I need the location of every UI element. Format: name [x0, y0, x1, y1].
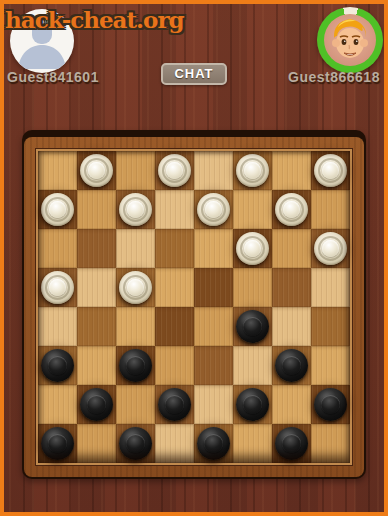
board-square[interactable] [272, 346, 311, 385]
board-square[interactable] [38, 229, 77, 268]
board-square[interactable] [155, 307, 194, 346]
board-wood-frame [24, 137, 364, 477]
checker-piece-black[interactable] [119, 349, 152, 382]
checker-piece-white[interactable] [41, 271, 74, 304]
board-square[interactable] [233, 307, 272, 346]
board-square[interactable] [38, 268, 77, 307]
board-square[interactable] [272, 385, 311, 424]
checker-piece-white[interactable] [80, 154, 113, 187]
board-square[interactable] [194, 346, 233, 385]
board-square[interactable] [155, 385, 194, 424]
board-square[interactable] [155, 424, 194, 463]
board-square[interactable] [116, 385, 155, 424]
checker-piece-black[interactable] [158, 388, 191, 421]
board-square[interactable] [116, 190, 155, 229]
board-square[interactable] [233, 424, 272, 463]
board-square[interactable] [233, 346, 272, 385]
player-right-avatar [317, 7, 383, 73]
checker-piece-white[interactable] [275, 193, 308, 226]
board-square[interactable] [311, 385, 350, 424]
player-left-name: Guest841601 [1, 69, 105, 85]
checker-piece-white[interactable] [236, 154, 269, 187]
checker-piece-black[interactable] [119, 427, 152, 460]
board-square[interactable] [233, 190, 272, 229]
player-right-name: Guest866618 [282, 69, 386, 85]
checker-piece-white[interactable] [119, 271, 152, 304]
checker-piece-black[interactable] [41, 427, 74, 460]
checker-piece-black[interactable] [275, 349, 308, 382]
board-square[interactable] [38, 385, 77, 424]
board-square[interactable] [311, 229, 350, 268]
board-square[interactable] [194, 229, 233, 268]
board-square[interactable] [194, 385, 233, 424]
board-square[interactable] [116, 346, 155, 385]
board-square[interactable] [311, 190, 350, 229]
board-square[interactable] [155, 268, 194, 307]
board-square[interactable] [77, 190, 116, 229]
board-square[interactable] [77, 307, 116, 346]
board-square[interactable] [77, 229, 116, 268]
board-square[interactable] [155, 151, 194, 190]
board-square[interactable] [116, 229, 155, 268]
board-square[interactable] [77, 424, 116, 463]
board-square[interactable] [38, 190, 77, 229]
board-square[interactable] [233, 385, 272, 424]
board-square[interactable] [272, 307, 311, 346]
board-square[interactable] [116, 151, 155, 190]
blonde-face-icon [324, 52, 376, 66]
board-square[interactable] [311, 151, 350, 190]
checker-piece-black[interactable] [236, 310, 269, 343]
checker-piece-white[interactable] [158, 154, 191, 187]
board-grid [38, 151, 350, 463]
board-square[interactable] [38, 346, 77, 385]
checker-piece-black[interactable] [275, 427, 308, 460]
board-square[interactable] [311, 346, 350, 385]
board-square[interactable] [155, 229, 194, 268]
board-square[interactable] [272, 151, 311, 190]
board-square[interactable] [233, 229, 272, 268]
checker-piece-white[interactable] [314, 232, 347, 265]
board-square[interactable] [194, 268, 233, 307]
checker-piece-white[interactable] [236, 232, 269, 265]
board-square[interactable] [233, 151, 272, 190]
checker-piece-black[interactable] [236, 388, 269, 421]
chat-button[interactable]: CHAT [161, 63, 227, 85]
board-square[interactable] [194, 190, 233, 229]
board-square[interactable] [116, 268, 155, 307]
board-square[interactable] [311, 307, 350, 346]
watermark: hack-cheat.org [5, 6, 184, 33]
checker-piece-black[interactable] [314, 388, 347, 421]
checker-piece-white[interactable] [119, 193, 152, 226]
board-square[interactable] [194, 307, 233, 346]
board-square[interactable] [77, 268, 116, 307]
board-square[interactable] [272, 229, 311, 268]
board-square[interactable] [272, 268, 311, 307]
checkers-board[interactable] [36, 149, 352, 465]
board-square[interactable] [155, 346, 194, 385]
board-square[interactable] [116, 424, 155, 463]
board-square[interactable] [194, 424, 233, 463]
board-square[interactable] [272, 424, 311, 463]
board-square[interactable] [38, 307, 77, 346]
checker-piece-white[interactable] [41, 193, 74, 226]
board-square[interactable] [77, 151, 116, 190]
board-square[interactable] [116, 307, 155, 346]
board-square[interactable] [38, 151, 77, 190]
board-square[interactable] [194, 151, 233, 190]
game-screen: hack-cheat.org Guest841601 [0, 0, 388, 516]
checker-piece-white[interactable] [197, 193, 230, 226]
checker-piece-black[interactable] [197, 427, 230, 460]
board-square[interactable] [155, 190, 194, 229]
board-square[interactable] [77, 346, 116, 385]
board-square[interactable] [38, 424, 77, 463]
board-square[interactable] [311, 424, 350, 463]
checker-piece-black[interactable] [41, 349, 74, 382]
checkers-board-frame [22, 130, 366, 479]
board-square[interactable] [233, 268, 272, 307]
board-square[interactable] [272, 190, 311, 229]
checker-piece-black[interactable] [80, 388, 113, 421]
checker-piece-white[interactable] [314, 154, 347, 187]
board-square[interactable] [311, 268, 350, 307]
board-square[interactable] [77, 385, 116, 424]
